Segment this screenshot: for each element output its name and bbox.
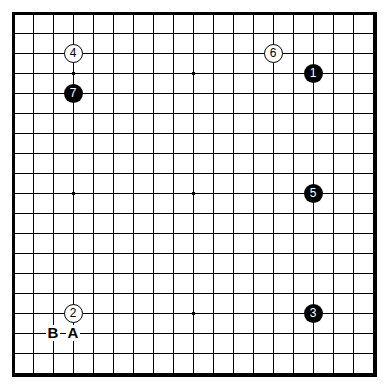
star-point	[63, 183, 83, 203]
stone-4-white-D17: 4	[63, 43, 83, 63]
star-point	[183, 63, 203, 83]
star-point	[183, 303, 203, 323]
stone-3-black-Q4: 3	[303, 303, 323, 323]
stone-5-black-Q10: 5	[303, 183, 323, 203]
stone-2-white-D4: 2	[63, 303, 83, 323]
stone-7-black-D15: 7	[63, 83, 83, 103]
star-point	[183, 183, 203, 203]
stone-6-white-O17: 6	[263, 43, 283, 63]
go-board[interactable]: 1234567BA	[3, 3, 383, 383]
stone-1-black-Q16: 1	[303, 63, 323, 83]
star-point	[63, 63, 83, 83]
go-diagram: 1234567BA	[0, 0, 390, 390]
label-a-D3[interactable]: A	[63, 323, 83, 343]
label-b-C3[interactable]: B	[43, 323, 63, 343]
